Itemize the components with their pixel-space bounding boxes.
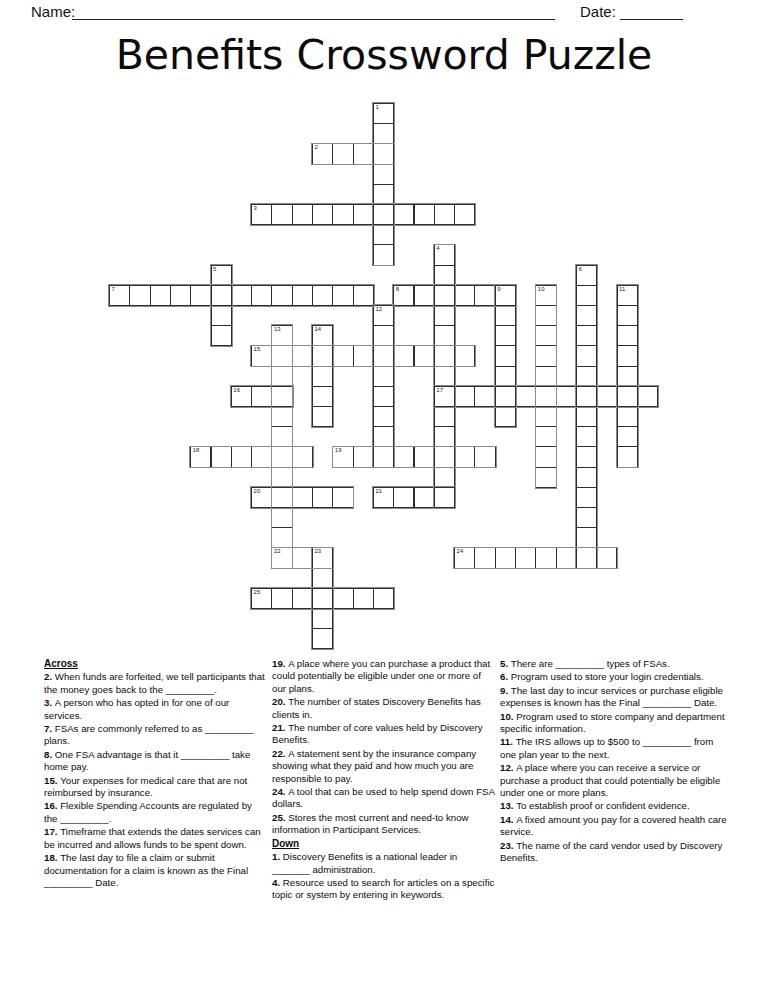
- grid-cell[interactable]: [373, 406, 394, 427]
- grid-cell[interactable]: [535, 305, 556, 326]
- grid-cell[interactable]: [474, 386, 495, 407]
- clue-number: 17: [436, 387, 443, 394]
- grid-cell[interactable]: [251, 446, 272, 467]
- grid-cell[interactable]: 17: [434, 386, 455, 407]
- clue-17: 17. Timeframe that extends the dates ser…: [44, 826, 268, 851]
- grid-cell[interactable]: [414, 204, 435, 225]
- grid-cell[interactable]: 24: [454, 547, 475, 568]
- grid-cell[interactable]: [332, 143, 353, 164]
- date-label: Date:: [580, 3, 616, 20]
- grid-cell[interactable]: [271, 588, 292, 609]
- grid-cell[interactable]: [373, 588, 394, 609]
- clue-2: 2. When funds are forfeited, we tell par…: [44, 671, 268, 696]
- grid-cell[interactable]: [251, 386, 272, 407]
- grid-cell[interactable]: 13: [271, 325, 292, 346]
- grid-cell[interactable]: [373, 446, 394, 467]
- grid-cell[interactable]: [535, 325, 556, 346]
- grid-cell[interactable]: [312, 608, 333, 629]
- grid-cell[interactable]: [393, 345, 414, 366]
- grid-cell[interactable]: [617, 345, 638, 366]
- grid-cell[interactable]: [211, 285, 232, 306]
- name-blank-line[interactable]: [72, 3, 555, 20]
- clue-number: 4: [436, 245, 439, 252]
- grid-cell[interactable]: [292, 446, 313, 467]
- grid-cell[interactable]: [271, 426, 292, 447]
- grid-cell[interactable]: [332, 588, 353, 609]
- grid-cell[interactable]: [414, 487, 435, 508]
- clue-number: 11: [619, 286, 625, 293]
- grid-cell[interactable]: [576, 285, 597, 306]
- grid-cell[interactable]: 7: [109, 285, 130, 306]
- grid-cell[interactable]: [271, 204, 292, 225]
- clue-number: 15: [254, 346, 261, 353]
- grid-cell[interactable]: [535, 467, 556, 488]
- grid-cell[interactable]: [576, 467, 597, 488]
- grid-cell[interactable]: [617, 305, 638, 326]
- grid-cell[interactable]: [373, 184, 394, 205]
- grid-cell[interactable]: [434, 265, 455, 286]
- clue-1: 1. Discovery Benefits is a national lead…: [272, 851, 496, 876]
- grid-cell[interactable]: [373, 426, 394, 447]
- grid-cell[interactable]: [332, 487, 353, 508]
- grid-cell[interactable]: 25: [251, 588, 272, 609]
- clue-number: 10: [538, 286, 545, 293]
- grid-cell[interactable]: [637, 386, 658, 407]
- grid-cell[interactable]: [271, 406, 292, 427]
- clue-number: 2: [315, 144, 318, 151]
- grid-cell[interactable]: [414, 345, 435, 366]
- clue-number: 9: [497, 286, 500, 293]
- grid-cell[interactable]: [373, 224, 394, 245]
- clue-25: 25. Stores the most current and need-to …: [272, 812, 496, 837]
- grid-cell[interactable]: [495, 345, 516, 366]
- grid-cell[interactable]: [617, 325, 638, 346]
- grid-cell[interactable]: [454, 345, 475, 366]
- grid-cell[interactable]: [332, 285, 353, 306]
- grid-cell[interactable]: [515, 386, 536, 407]
- clue-number: 5: [213, 266, 216, 273]
- grid-cell[interactable]: [576, 366, 597, 387]
- clue-number: 23: [315, 548, 322, 555]
- grid-cell[interactable]: [495, 406, 516, 427]
- grid-cell[interactable]: [353, 285, 374, 306]
- clue-11: 11. The IRS allows up to $500 to _______…: [500, 736, 730, 761]
- grid-cell[interactable]: [596, 386, 617, 407]
- grid-cell[interactable]: [576, 487, 597, 508]
- grid-cell[interactable]: [271, 285, 292, 306]
- clue-number: 25: [254, 589, 261, 596]
- clue-18: 18. The last day to file a claim or subm…: [44, 852, 268, 889]
- grid-cell[interactable]: [271, 527, 292, 548]
- grid-cell[interactable]: [576, 345, 597, 366]
- grid-cell[interactable]: [271, 507, 292, 528]
- grid-cell[interactable]: [231, 285, 252, 306]
- grid-cell[interactable]: [271, 467, 292, 488]
- grid-cell[interactable]: [434, 446, 455, 467]
- grid-cell[interactable]: [495, 366, 516, 387]
- grid-cell[interactable]: [373, 164, 394, 185]
- clue-23: 23. The name of the card vendor used by …: [500, 840, 730, 865]
- grid-cell[interactable]: [535, 366, 556, 387]
- grid-cell[interactable]: [556, 386, 577, 407]
- grid-cell[interactable]: 5: [211, 265, 232, 286]
- grid-cell[interactable]: [190, 285, 211, 306]
- grid-cell[interactable]: [393, 204, 414, 225]
- clue-21: 21. The number of core values held by Di…: [272, 722, 496, 747]
- grid-cell[interactable]: [576, 527, 597, 548]
- grid-cell[interactable]: [312, 366, 333, 387]
- grid-cell[interactable]: [251, 285, 272, 306]
- grid-cell[interactable]: [271, 487, 292, 508]
- page-title: Benefits Crossword Puzzle: [0, 31, 768, 79]
- grid-cell[interactable]: [535, 547, 556, 568]
- grid-cell[interactable]: [434, 325, 455, 346]
- grid-cell[interactable]: [373, 143, 394, 164]
- grid-cell[interactable]: [434, 406, 455, 427]
- grid-cell[interactable]: [495, 305, 516, 326]
- name-label: Name:: [31, 3, 75, 20]
- clue-13: 13. To establish proof or confident evid…: [500, 800, 730, 812]
- clue-column-middle: 19. A place where you can purchase a pro…: [272, 658, 496, 903]
- grid-cell[interactable]: [312, 285, 333, 306]
- grid-cell[interactable]: [495, 386, 516, 407]
- grid-cell[interactable]: [211, 446, 232, 467]
- grid-cell[interactable]: 4: [434, 244, 455, 265]
- clue-number: 24: [457, 548, 464, 555]
- grid-cell[interactable]: [312, 204, 333, 225]
- grid-cell[interactable]: [271, 345, 292, 366]
- grid-cell[interactable]: [434, 426, 455, 447]
- grid-cell[interactable]: 22: [271, 547, 292, 568]
- grid-cell[interactable]: [373, 345, 394, 366]
- grid-cell[interactable]: [576, 386, 597, 407]
- grid-cell[interactable]: [150, 285, 171, 306]
- grid-cell[interactable]: [474, 446, 495, 467]
- grid-cell[interactable]: [170, 285, 191, 306]
- clue-number: 3: [254, 205, 257, 212]
- clue-15: 15. Your expenses for medical care that …: [44, 775, 268, 800]
- clue-column-right: 5. There are _________ types of FSAs.6. …: [500, 658, 730, 866]
- grid-cell[interactable]: [576, 426, 597, 447]
- grid-cell[interactable]: 2: [312, 143, 333, 164]
- grid-cell[interactable]: 21: [373, 487, 394, 508]
- grid-cell[interactable]: [393, 446, 414, 467]
- grid-cell[interactable]: [434, 467, 455, 488]
- grid-cell[interactable]: [353, 345, 374, 366]
- grid-cell[interactable]: [292, 547, 313, 568]
- clue-16: 16. Flexible Spending Accounts are regul…: [44, 800, 268, 825]
- grid-cell[interactable]: [474, 285, 495, 306]
- grid-cell[interactable]: 8: [393, 285, 414, 306]
- grid-cell[interactable]: [535, 406, 556, 427]
- grid-cell[interactable]: [393, 487, 414, 508]
- grid-cell[interactable]: [576, 446, 597, 467]
- grid-cell[interactable]: [414, 285, 435, 306]
- grid-cell[interactable]: [312, 588, 333, 609]
- grid-cell[interactable]: [576, 325, 597, 346]
- grid-cell[interactable]: [434, 305, 455, 326]
- grid-cell[interactable]: [292, 588, 313, 609]
- grid-cell[interactable]: [535, 426, 556, 447]
- grid-cell[interactable]: [129, 285, 150, 306]
- clue-number: 21: [375, 488, 382, 495]
- grid-cell[interactable]: 1: [373, 103, 394, 124]
- grid-cell[interactable]: [576, 547, 597, 568]
- grid-cell[interactable]: [292, 487, 313, 508]
- grid-cell[interactable]: [211, 305, 232, 326]
- grid-cell[interactable]: [312, 487, 333, 508]
- grid-cell[interactable]: [576, 507, 597, 528]
- clue-number: 20: [254, 488, 261, 495]
- grid-cell[interactable]: [373, 386, 394, 407]
- grid-cell[interactable]: [332, 204, 353, 225]
- grid-cell[interactable]: [434, 366, 455, 387]
- grid-cell[interactable]: [271, 386, 292, 407]
- grid-cell[interactable]: [617, 386, 638, 407]
- grid-cell[interactable]: 15: [251, 345, 272, 366]
- grid-cell[interactable]: [576, 305, 597, 326]
- clue-5: 5. There are _________ types of FSAs.: [500, 658, 730, 670]
- grid-cell[interactable]: 18: [190, 446, 211, 467]
- clue-6: 6. Program used to store your login cred…: [500, 671, 730, 683]
- clue-number: 18: [193, 447, 200, 454]
- grid-cell[interactable]: [434, 345, 455, 366]
- grid-cell[interactable]: [515, 547, 536, 568]
- grid-cell[interactable]: [292, 345, 313, 366]
- clue-number: 22: [274, 548, 281, 555]
- clue-number: 12: [375, 306, 382, 313]
- across-header: Across: [44, 658, 268, 670]
- grid-cell[interactable]: [596, 547, 617, 568]
- grid-cell[interactable]: [576, 406, 597, 427]
- grid-cell[interactable]: 19: [332, 446, 353, 467]
- clue-number: 19: [335, 447, 342, 454]
- clue-number: 1: [375, 104, 378, 111]
- grid-cell[interactable]: [373, 325, 394, 346]
- grid-cell[interactable]: 9: [495, 285, 516, 306]
- grid-cell[interactable]: [617, 366, 638, 387]
- clue-12: 12. A place where you can receive a serv…: [500, 762, 730, 799]
- crossword-grid: 1234175678910111213221415161819202123242…: [109, 103, 659, 650]
- grid-cell[interactable]: 11: [617, 285, 638, 306]
- grid-cell[interactable]: [495, 547, 516, 568]
- grid-cell[interactable]: [312, 568, 333, 589]
- grid-cell[interactable]: [434, 204, 455, 225]
- grid-cell[interactable]: 14: [312, 325, 333, 346]
- date-blank-line[interactable]: [620, 3, 683, 20]
- clue-14: 14. A fixed amount you pay for a covered…: [500, 814, 730, 839]
- grid-cell[interactable]: [271, 446, 292, 467]
- clue-number: 16: [233, 387, 240, 394]
- grid-cell[interactable]: [454, 446, 475, 467]
- grid-cell[interactable]: [292, 285, 313, 306]
- grid-cell[interactable]: [271, 366, 292, 387]
- grid-cell[interactable]: 16: [231, 386, 252, 407]
- clue-4: 4. Resource used to search for articles …: [272, 877, 496, 902]
- grid-cell[interactable]: [617, 426, 638, 447]
- clue-9: 9. The last day to incur services or pur…: [500, 685, 730, 710]
- grid-cell[interactable]: [353, 588, 374, 609]
- grid-cell[interactable]: [353, 446, 374, 467]
- clue-24: 24. A tool that can be used to help spen…: [272, 786, 496, 811]
- grid-cell[interactable]: [454, 285, 475, 306]
- grid-cell[interactable]: [292, 204, 313, 225]
- grid-cell[interactable]: [312, 406, 333, 427]
- grid-cell[interactable]: [312, 628, 333, 649]
- grid-cell[interactable]: 10: [535, 285, 556, 306]
- clue-number: 13: [274, 326, 281, 333]
- clue-19: 19. A place where you can purchase a pro…: [272, 658, 496, 695]
- clue-number: 14: [315, 326, 322, 333]
- grid-cell[interactable]: [535, 386, 556, 407]
- grid-cell[interactable]: [211, 325, 232, 346]
- grid-cell[interactable]: [373, 204, 394, 225]
- clue-20: 20. The number of states Discovery Benef…: [272, 696, 496, 721]
- grid-cell[interactable]: [556, 547, 577, 568]
- grid-cell[interactable]: [312, 386, 333, 407]
- clue-10: 10. Program used to store company and de…: [500, 711, 730, 736]
- clue-number: 8: [396, 286, 399, 293]
- grid-cell[interactable]: [373, 244, 394, 265]
- grid-cell[interactable]: [454, 386, 475, 407]
- clue-3: 3. A person who has opted in for one of …: [44, 697, 268, 722]
- clue-number: 7: [112, 286, 115, 293]
- grid-cell[interactable]: [312, 345, 333, 366]
- grid-cell[interactable]: [617, 446, 638, 467]
- worksheet-page: { "game": "crossword", "header": { "name…: [0, 0, 768, 994]
- grid-cell[interactable]: [535, 446, 556, 467]
- clue-column-left: Across2. When funds are forfeited, we te…: [44, 658, 268, 890]
- grid-cell[interactable]: [414, 446, 435, 467]
- grid-cell[interactable]: [454, 204, 475, 225]
- clue-7: 7. FSAs are commonly referred to as ____…: [44, 723, 268, 748]
- grid-cell[interactable]: [373, 366, 394, 387]
- grid-cell[interactable]: [332, 345, 353, 366]
- grid-cell[interactable]: [495, 325, 516, 346]
- down-header: Down: [272, 838, 496, 850]
- grid-cell[interactable]: [617, 406, 638, 427]
- grid-cell[interactable]: 20: [251, 487, 272, 508]
- grid-cell[interactable]: [353, 143, 374, 164]
- grid-cell[interactable]: [373, 123, 394, 144]
- grid-cell[interactable]: [434, 285, 455, 306]
- grid-cell[interactable]: [353, 204, 374, 225]
- grid-cell[interactable]: [474, 547, 495, 568]
- clue-number: 6: [578, 266, 581, 273]
- clue-22: 22. A statement sent by the insurance co…: [272, 748, 496, 785]
- grid-cell[interactable]: [231, 446, 252, 467]
- clue-8: 8. One FSA advantage is that it ________…: [44, 749, 268, 774]
- grid-cell[interactable]: [535, 345, 556, 366]
- grid-cell[interactable]: [434, 487, 455, 508]
- grid-cell[interactable]: 12: [373, 305, 394, 326]
- grid-cell[interactable]: 23: [312, 547, 333, 568]
- grid-cell[interactable]: 3: [251, 204, 272, 225]
- grid-cell[interactable]: 6: [576, 265, 597, 286]
